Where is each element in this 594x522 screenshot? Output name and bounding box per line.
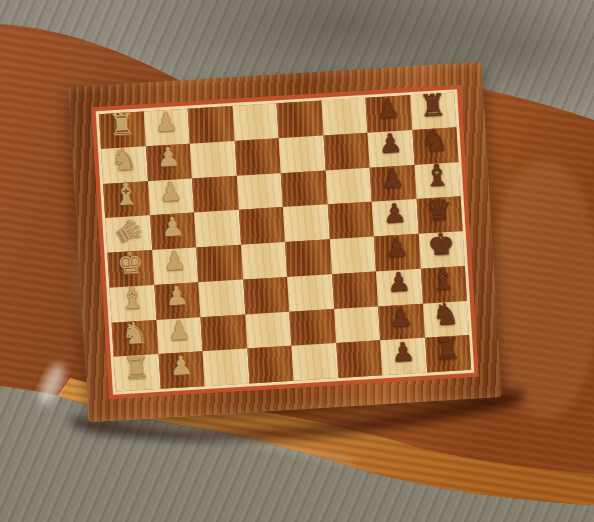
board-square[interactable] — [192, 175, 239, 212]
board-square[interactable]: ♟ — [367, 130, 414, 167]
white-pawn[interactable]: ♟ — [158, 178, 183, 205]
board-square[interactable]: ♟ — [156, 317, 203, 354]
board-trim: ♜♟♟♜♞♟♟♞♝♟♟♝♛♟♟♛♚♟♟♚♝♟♟♝♞♟♟♞♜♟♟♜ — [91, 85, 478, 399]
black-knight[interactable]: ♞ — [431, 298, 460, 330]
board-square[interactable] — [238, 207, 285, 244]
black-pawn[interactable]: ♟ — [384, 234, 409, 261]
white-rook[interactable]: ♜ — [122, 352, 151, 384]
board-square[interactable]: ♟ — [370, 164, 417, 201]
black-pawn[interactable]: ♟ — [378, 130, 403, 157]
board-square[interactable]: ♟ — [158, 351, 205, 388]
board-square[interactable]: ♟ — [143, 109, 190, 146]
black-knight[interactable]: ♞ — [421, 125, 450, 157]
board-square[interactable] — [336, 341, 383, 378]
white-pawn[interactable]: ♟ — [156, 143, 181, 170]
white-pawn[interactable]: ♟ — [160, 213, 185, 240]
board-square[interactable] — [283, 205, 330, 242]
board-square[interactable] — [245, 311, 292, 348]
board-square[interactable] — [325, 167, 372, 204]
white-king[interactable]: ♚ — [116, 248, 145, 280]
board-square[interactable] — [291, 343, 338, 380]
board-square[interactable] — [285, 239, 332, 276]
board-square[interactable]: ♟ — [365, 95, 412, 132]
board-square[interactable] — [243, 277, 290, 314]
board-square[interactable]: ♜ — [114, 354, 161, 391]
black-rook[interactable]: ♜ — [433, 333, 462, 365]
white-knight[interactable]: ♞ — [120, 317, 149, 349]
board-inner-maple-line: ♜♟♟♜♞♟♟♞♝♟♟♝♛♟♟♛♚♟♟♚♝♟♟♝♞♟♟♞♜♟♟♜ — [96, 89, 475, 395]
board-square[interactable]: ♟ — [152, 247, 199, 284]
board-square[interactable] — [234, 138, 281, 175]
black-pawn[interactable]: ♟ — [382, 199, 407, 226]
board-square[interactable] — [200, 314, 247, 351]
board-square[interactable] — [241, 242, 288, 279]
board-square[interactable]: ♟ — [376, 269, 423, 306]
white-pawn[interactable]: ♟ — [154, 109, 179, 136]
board-square[interactable]: ♟ — [380, 338, 427, 375]
board-square[interactable] — [277, 101, 324, 138]
board-square[interactable] — [329, 237, 376, 274]
board-square[interactable] — [232, 103, 279, 140]
board-square[interactable]: ♟ — [148, 178, 195, 215]
black-bishop[interactable]: ♝ — [429, 264, 458, 296]
photo-scene: ♜♟♟♜♞♟♟♞♝♟♟♝♛♟♟♛♚♟♟♚♝♟♟♝♞♟♟♞♜♟♟♜ — [0, 0, 594, 522]
white-bishop[interactable]: ♝ — [118, 283, 147, 315]
black-bishop[interactable]: ♝ — [423, 160, 452, 192]
board-square[interactable]: ♜ — [425, 335, 472, 372]
board-square[interactable] — [190, 141, 237, 178]
board-square[interactable] — [289, 309, 336, 346]
board-square[interactable]: ♝ — [103, 181, 150, 218]
board-square[interactable] — [323, 133, 370, 170]
board-grid: ♜♟♟♜♞♟♟♞♝♟♟♝♛♟♟♛♚♟♟♚♝♟♟♝♞♟♟♞♜♟♟♜ — [99, 92, 471, 391]
board-square[interactable] — [188, 106, 235, 143]
black-pawn[interactable]: ♟ — [389, 303, 414, 330]
board-square[interactable] — [327, 202, 374, 239]
chess-board: ♜♟♟♜♞♟♟♞♝♟♟♝♛♟♟♛♚♟♟♚♝♟♟♝♞♟♟♞♜♟♟♜ — [68, 62, 502, 423]
board-square[interactable]: ♟ — [150, 213, 197, 250]
white-rook[interactable]: ♜ — [107, 109, 136, 141]
black-queen[interactable]: ♛ — [425, 194, 454, 226]
board-square[interactable] — [203, 349, 250, 386]
white-pawn[interactable]: ♟ — [167, 317, 192, 344]
board-square[interactable] — [321, 98, 368, 135]
white-knight[interactable]: ♞ — [110, 144, 139, 176]
black-pawn[interactable]: ♟ — [391, 338, 416, 365]
black-pawn[interactable]: ♟ — [386, 269, 411, 296]
black-pawn[interactable]: ♟ — [380, 165, 405, 192]
board-square[interactable] — [196, 245, 243, 282]
board-square[interactable] — [194, 210, 241, 247]
black-king[interactable]: ♚ — [427, 229, 456, 261]
white-pawn[interactable]: ♟ — [169, 352, 194, 379]
board-square[interactable]: ♟ — [154, 282, 201, 319]
board-square[interactable]: ♟ — [378, 303, 425, 340]
board-square[interactable] — [334, 306, 381, 343]
board-square[interactable] — [236, 173, 283, 210]
board-square[interactable] — [198, 279, 245, 316]
board-square[interactable] — [279, 135, 326, 172]
white-pawn[interactable]: ♟ — [164, 282, 189, 309]
board-square[interactable] — [281, 170, 328, 207]
board-square[interactable] — [332, 271, 379, 308]
board-square[interactable]: ♟ — [374, 234, 421, 271]
white-bishop[interactable]: ♝ — [112, 179, 141, 211]
board-square[interactable]: ♟ — [145, 143, 192, 180]
board-square[interactable] — [287, 274, 334, 311]
white-pawn[interactable]: ♟ — [162, 247, 187, 274]
black-pawn[interactable]: ♟ — [376, 95, 401, 122]
black-rook[interactable]: ♜ — [418, 90, 447, 122]
board-square[interactable]: ♟ — [372, 199, 419, 236]
board-square[interactable] — [247, 346, 294, 383]
